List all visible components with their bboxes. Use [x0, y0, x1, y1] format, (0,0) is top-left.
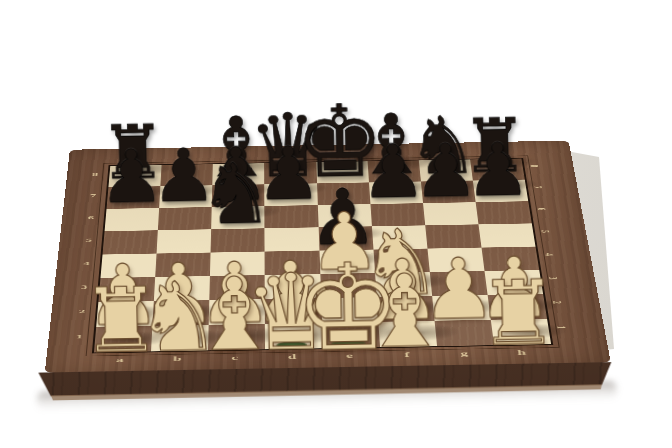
square-g1 [434, 320, 494, 347]
square-b4 [155, 252, 210, 277]
chessboard-photo: abcdefgh1122334455667788 ♜♝♛♚♝♞♜♟♟♟♟♟♟♟♞… [0, 0, 672, 448]
file-label-c: c [231, 354, 238, 361]
square-b2 [153, 300, 210, 326]
board-coordinates: abcdefgh1122334455667788 [70, 141, 569, 150]
square-e3 [320, 273, 376, 298]
rank-label-right-8: 8 [528, 165, 540, 168]
square-b5 [157, 229, 212, 253]
square-g2 [432, 295, 491, 321]
square-c5 [211, 228, 265, 252]
square-e6 [317, 204, 371, 227]
square-a3 [98, 277, 155, 302]
rank-label-left-8: 8 [92, 171, 98, 176]
chess-board: abcdefgh1122334455667788 [45, 141, 611, 373]
board-tilt-wrapper: abcdefgh1122334455667788 ♜♝♛♚♝♞♜♟♟♟♟♟♟♟♞… [0, 0, 672, 448]
square-a8 [108, 165, 161, 187]
square-c1 [208, 324, 265, 351]
square-b8 [160, 164, 213, 186]
square-d5 [265, 227, 319, 251]
square-d8 [264, 162, 316, 184]
file-label-f: f [404, 351, 410, 358]
square-h7 [473, 180, 529, 203]
square-h3 [484, 270, 543, 295]
rank-label-right-1: 1 [555, 326, 568, 329]
file-label-e: e [346, 352, 353, 359]
rank-label-left-7: 7 [90, 193, 96, 198]
square-f4 [373, 248, 429, 272]
rank-label-left-1: 1 [76, 333, 83, 339]
square-f8 [367, 160, 420, 182]
square-c8 [213, 163, 265, 185]
square-h5 [478, 224, 535, 248]
square-a1 [94, 326, 153, 353]
rank-label-left-6: 6 [88, 215, 95, 220]
square-e5 [318, 226, 373, 250]
square-f1 [378, 321, 437, 348]
square-h8 [470, 158, 525, 180]
square-d4 [265, 250, 320, 275]
square-h4 [481, 246, 539, 270]
square-c7 [212, 184, 265, 207]
square-h6 [476, 201, 532, 224]
rank-label-right-6: 6 [535, 208, 547, 211]
square-g5 [425, 225, 481, 249]
square-a6 [105, 208, 160, 231]
square-d2 [265, 298, 321, 324]
file-label-g: g [460, 350, 468, 357]
square-h1 [491, 319, 551, 345]
rank-label-right-2: 2 [551, 301, 564, 304]
square-g7 [421, 181, 476, 204]
rank-label-right-4: 4 [543, 253, 556, 256]
square-a7 [107, 186, 161, 209]
square-g4 [427, 247, 484, 271]
square-e2 [321, 297, 378, 323]
square-b6 [158, 207, 212, 230]
square-f6 [370, 203, 425, 226]
square-c4 [210, 251, 265, 276]
square-g3 [430, 271, 488, 296]
square-g6 [423, 202, 479, 225]
square-c6 [211, 206, 264, 229]
square-f7 [369, 182, 423, 205]
square-d7 [265, 183, 318, 206]
square-a2 [96, 301, 154, 327]
square-g8 [419, 159, 473, 181]
square-e1 [322, 322, 380, 349]
square-f5 [372, 226, 428, 250]
file-label-b: b [173, 355, 182, 362]
square-b3 [154, 276, 210, 301]
rank-label-right-3: 3 [547, 277, 560, 280]
file-label-h: h [517, 349, 526, 356]
square-d1 [265, 323, 322, 350]
square-f2 [376, 296, 434, 322]
square-d3 [265, 274, 321, 299]
square-h2 [487, 294, 547, 320]
rank-label-left-2: 2 [78, 308, 85, 314]
rank-label-right-7: 7 [532, 186, 544, 189]
square-c3 [210, 275, 266, 300]
square-b1 [151, 325, 209, 352]
square-e8 [316, 161, 369, 183]
square-b7 [159, 185, 212, 208]
square-e4 [319, 249, 375, 273]
square-c2 [209, 299, 265, 325]
file-label-a: a [116, 356, 124, 363]
file-label-d: d [288, 353, 297, 360]
square-f3 [375, 272, 432, 297]
board-grid [92, 158, 553, 354]
rank-label-left-5: 5 [86, 237, 93, 242]
square-a4 [100, 253, 156, 278]
rank-label-left-3: 3 [81, 284, 88, 290]
square-e7 [317, 182, 370, 205]
rank-label-right-5: 5 [539, 230, 552, 233]
square-a5 [103, 230, 158, 254]
square-d6 [265, 205, 319, 228]
rank-label-left-4: 4 [83, 260, 90, 265]
